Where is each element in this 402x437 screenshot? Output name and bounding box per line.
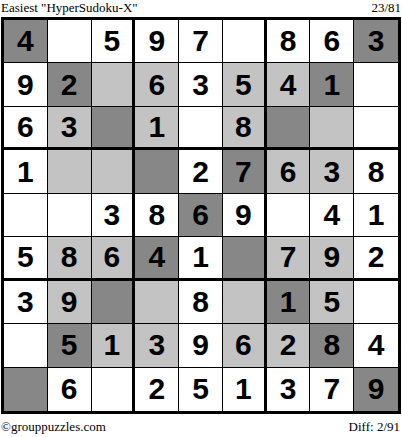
cell-r4c2[interactable] (48, 150, 92, 193)
cell-r9c4[interactable]: 2 (135, 368, 179, 411)
cell-r9c6[interactable]: 1 (223, 368, 267, 411)
cell-r8c8[interactable]: 8 (310, 324, 354, 367)
cell-r7c5[interactable]: 8 (179, 281, 223, 324)
cell-r1c6[interactable] (223, 20, 267, 63)
page-header: Easiest "HyperSudoku-X" 23/81 (0, 0, 402, 17)
cell-r2c1[interactable]: 9 (4, 63, 48, 106)
cell-r8c5[interactable]: 9 (179, 324, 223, 367)
cell-r6c8[interactable]: 9 (310, 237, 354, 280)
cell-r9c8[interactable]: 7 (310, 368, 354, 411)
cell-r9c3[interactable] (92, 368, 136, 411)
cell-r2c7[interactable]: 4 (267, 63, 311, 106)
page-footer: ©grouppuzzles.com Diff: 2/91 (0, 414, 402, 434)
cell-r1c9[interactable]: 3 (354, 20, 398, 63)
cell-r9c7[interactable]: 3 (267, 368, 311, 411)
cell-r1c1[interactable]: 4 (4, 20, 48, 63)
cell-r4c9[interactable]: 8 (354, 150, 398, 193)
cell-r7c2[interactable]: 9 (48, 281, 92, 324)
cell-r7c7[interactable]: 1 (267, 281, 311, 324)
cell-r7c8[interactable]: 5 (310, 281, 354, 324)
cell-r5c4[interactable]: 8 (135, 194, 179, 237)
cell-r9c2[interactable]: 6 (48, 368, 92, 411)
cell-r6c6[interactable] (223, 237, 267, 280)
difficulty-label: Diff: 2/91 (349, 420, 400, 434)
cell-r5c6[interactable]: 9 (223, 194, 267, 237)
cell-r6c2[interactable]: 8 (48, 237, 92, 280)
cell-r5c8[interactable]: 4 (310, 194, 354, 237)
cell-r3c6[interactable]: 8 (223, 107, 267, 150)
cell-r8c4[interactable]: 3 (135, 324, 179, 367)
cell-r4c3[interactable] (92, 150, 136, 193)
cell-r4c6[interactable]: 7 (223, 150, 267, 193)
cell-r2c5[interactable]: 3 (179, 63, 223, 106)
cell-r3c1[interactable]: 6 (4, 107, 48, 150)
cell-r1c7[interactable]: 8 (267, 20, 311, 63)
cell-r2c8[interactable]: 1 (310, 63, 354, 106)
cell-r8c6[interactable]: 6 (223, 324, 267, 367)
cell-r6c1[interactable]: 5 (4, 237, 48, 280)
cell-r9c9[interactable]: 9 (354, 368, 398, 411)
cell-r8c2[interactable]: 5 (48, 324, 92, 367)
cell-r2c6[interactable]: 5 (223, 63, 267, 106)
cell-r7c1[interactable]: 3 (4, 281, 48, 324)
cell-r4c7[interactable]: 6 (267, 150, 311, 193)
cell-r5c9[interactable]: 1 (354, 194, 398, 237)
cell-r2c9[interactable] (354, 63, 398, 106)
cell-r3c4[interactable]: 1 (135, 107, 179, 150)
cell-r5c1[interactable] (4, 194, 48, 237)
cell-r5c3[interactable]: 3 (92, 194, 136, 237)
cell-r3c3[interactable] (92, 107, 136, 150)
cell-r3c5[interactable] (179, 107, 223, 150)
cell-r6c4[interactable]: 4 (135, 237, 179, 280)
puzzle-title: Easiest "HyperSudoku-X" (1, 1, 138, 15)
cell-r6c5[interactable]: 1 (179, 237, 223, 280)
cell-r5c2[interactable] (48, 194, 92, 237)
cell-r8c9[interactable]: 4 (354, 324, 398, 367)
cell-r1c5[interactable]: 7 (179, 20, 223, 63)
cell-r6c7[interactable]: 7 (267, 237, 311, 280)
cell-r1c4[interactable]: 9 (135, 20, 179, 63)
cell-r4c1[interactable]: 1 (4, 150, 48, 193)
cell-r5c7[interactable] (267, 194, 311, 237)
cell-r2c3[interactable] (92, 63, 136, 106)
sudoku-board: 4597863926354163181276383869415864179239… (1, 17, 401, 414)
cell-r4c8[interactable]: 3 (310, 150, 354, 193)
cell-r1c2[interactable] (48, 20, 92, 63)
cell-r8c3[interactable]: 1 (92, 324, 136, 367)
cell-r7c9[interactable] (354, 281, 398, 324)
cell-r4c4[interactable] (135, 150, 179, 193)
cell-r3c7[interactable] (267, 107, 311, 150)
cell-r6c3[interactable]: 6 (92, 237, 136, 280)
cells-remaining-counter: 23/81 (371, 1, 401, 15)
cell-r5c5[interactable]: 6 (179, 194, 223, 237)
cell-r3c8[interactable] (310, 107, 354, 150)
cell-r9c1[interactable] (4, 368, 48, 411)
cell-r6c9[interactable]: 2 (354, 237, 398, 280)
cell-r7c3[interactable] (92, 281, 136, 324)
cell-r4c5[interactable]: 2 (179, 150, 223, 193)
cell-r7c4[interactable] (135, 281, 179, 324)
copyright-text: ©grouppuzzles.com (1, 420, 106, 434)
cell-r2c2[interactable]: 2 (48, 63, 92, 106)
cell-r8c7[interactable]: 2 (267, 324, 311, 367)
cell-r1c8[interactable]: 6 (310, 20, 354, 63)
cell-r1c3[interactable]: 5 (92, 20, 136, 63)
cell-r9c5[interactable]: 5 (179, 368, 223, 411)
cell-r3c2[interactable]: 3 (48, 107, 92, 150)
cell-r3c9[interactable] (354, 107, 398, 150)
cell-r8c1[interactable] (4, 324, 48, 367)
cell-r7c6[interactable] (223, 281, 267, 324)
cell-r2c4[interactable]: 6 (135, 63, 179, 106)
